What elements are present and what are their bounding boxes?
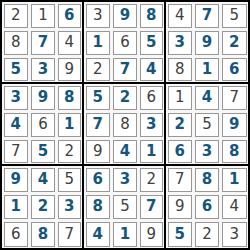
sudoku-digit: 1: [86, 31, 110, 55]
sudoku-digit: 7: [113, 58, 137, 80]
sudoku-digit: 4: [113, 140, 137, 162]
sudoku-cell-r8c2[interactable]: 2: [29, 193, 56, 220]
sudoku-cell-r9c5[interactable]: 1: [111, 221, 138, 248]
sudoku-cell-r6c8[interactable]: 3: [193, 139, 220, 166]
sudoku-cell-r7c5[interactable]: 3: [111, 166, 138, 193]
sudoku-cell-r1c2[interactable]: 1: [29, 2, 56, 29]
sudoku-cell-r2c7[interactable]: 3: [166, 29, 193, 56]
sudoku-cell-r4c4[interactable]: 5: [84, 84, 111, 111]
sudoku-cell-r8c1[interactable]: 1: [2, 193, 29, 220]
sudoku-digit: 2: [168, 113, 192, 137]
sudoku-digit: 5: [222, 4, 246, 28]
sudoku-digit: 7: [140, 195, 162, 219]
sudoku-digit: 3: [58, 195, 80, 219]
sudoku-digit: 6: [31, 113, 55, 137]
sudoku-digit: 9: [86, 140, 110, 162]
sudoku-cell-r7c9[interactable]: 1: [221, 166, 248, 193]
sudoku-cell-r9c8[interactable]: 2: [193, 221, 220, 248]
sudoku-digit: 7: [168, 168, 192, 192]
sudoku-cell-r1c8[interactable]: 7: [193, 2, 220, 29]
sudoku-digit: 6: [195, 195, 219, 219]
sudoku-digit: 1: [4, 195, 28, 219]
sudoku-digit: 3: [31, 58, 55, 80]
sudoku-cell-r2c9[interactable]: 2: [221, 29, 248, 56]
sudoku-cell-r3c8[interactable]: 1: [193, 57, 220, 84]
sudoku-cell-r9c4[interactable]: 4: [84, 221, 111, 248]
sudoku-cell-r5c9[interactable]: 9: [221, 111, 248, 138]
sudoku-cell-r6c5[interactable]: 4: [111, 139, 138, 166]
sudoku-digit: 3: [86, 4, 110, 28]
sudoku-cell-r4c3[interactable]: 8: [57, 84, 84, 111]
sudoku-cell-r8c3[interactable]: 3: [57, 193, 84, 220]
sudoku-digit: 5: [195, 113, 219, 137]
sudoku-digit: 3: [222, 222, 246, 246]
sudoku-digit: 2: [31, 195, 55, 219]
sudoku-digit: 6: [168, 140, 192, 162]
sudoku-digit: 7: [4, 140, 28, 162]
sudoku-digit: 4: [168, 4, 192, 28]
sudoku-cell-r6c3[interactable]: 2: [57, 139, 84, 166]
sudoku-cell-r1c1[interactable]: 2: [2, 2, 29, 29]
sudoku-cell-r7c3[interactable]: 5: [57, 166, 84, 193]
sudoku-cell-r8c9[interactable]: 4: [221, 193, 248, 220]
sudoku-cell-r4c8[interactable]: 4: [193, 84, 220, 111]
sudoku-cell-r4c9[interactable]: 7: [221, 84, 248, 111]
sudoku-digit: 2: [4, 4, 28, 28]
sudoku-digit: 6: [140, 86, 162, 110]
sudoku-cell-r8c4[interactable]: 8: [84, 193, 111, 220]
sudoku-digit: 1: [222, 168, 246, 192]
sudoku-digit: 4: [140, 58, 162, 80]
sudoku-digit: 5: [168, 222, 192, 246]
sudoku-cell-r2c1[interactable]: 8: [2, 29, 29, 56]
sudoku-digit: 1: [140, 140, 162, 162]
sudoku-cell-r5c8[interactable]: 5: [193, 111, 220, 138]
sudoku-cell-r5c2[interactable]: 6: [29, 111, 56, 138]
sudoku-digit: 5: [113, 195, 137, 219]
sudoku-digit: 8: [31, 222, 55, 246]
sudoku-digit: 6: [58, 4, 80, 28]
sudoku-cell-r7c1[interactable]: 9: [2, 166, 29, 193]
sudoku-cell-r1c5[interactable]: 9: [111, 2, 138, 29]
sudoku-digit: 3: [195, 140, 219, 162]
sudoku-cell-r3c6[interactable]: 4: [139, 57, 166, 84]
sudoku-cell-r3c4[interactable]: 2: [84, 57, 111, 84]
sudoku-digit: 1: [195, 58, 219, 80]
sudoku-digit: 7: [222, 86, 246, 110]
sudoku-cell-r2c3[interactable]: 4: [57, 29, 84, 56]
sudoku-cell-r3c7[interactable]: 8: [166, 57, 193, 84]
sudoku-cell-r6c1[interactable]: 7: [2, 139, 29, 166]
sudoku-cell-r8c6[interactable]: 7: [139, 193, 166, 220]
sudoku-digit: 4: [195, 86, 219, 110]
sudoku-cell-r8c5[interactable]: 5: [111, 193, 138, 220]
sudoku-cell-r5c1[interactable]: 4: [2, 111, 29, 138]
sudoku-digit: 8: [195, 168, 219, 192]
sudoku-digit: 4: [31, 168, 55, 192]
sudoku-digit: 3: [168, 31, 192, 55]
sudoku-cell-r5c4[interactable]: 7: [84, 111, 111, 138]
sudoku-cell-r3c1[interactable]: 5: [2, 57, 29, 84]
sudoku-digit: 2: [58, 140, 80, 162]
sudoku-digit: 1: [113, 222, 137, 246]
sudoku-digit: 4: [86, 222, 110, 246]
sudoku-digit: 2: [195, 222, 219, 246]
sudoku-digit: 2: [86, 58, 110, 80]
sudoku-digit: 5: [4, 58, 28, 80]
sudoku-digit: 2: [222, 31, 246, 55]
sudoku-cell-r6c2[interactable]: 5: [29, 139, 56, 166]
sudoku-cell-r4c5[interactable]: 2: [111, 84, 138, 111]
sudoku-digit: 3: [140, 113, 162, 137]
sudoku-digit: 4: [4, 113, 28, 137]
sudoku-cell-r4c7[interactable]: 1: [166, 84, 193, 111]
sudoku-cell-r1c3[interactable]: 6: [57, 2, 84, 29]
sudoku-digit: 5: [86, 86, 110, 110]
sudoku-digit: 8: [86, 195, 110, 219]
sudoku-digit: 8: [4, 31, 28, 55]
sudoku-digit: 5: [31, 140, 55, 162]
sudoku-digit: 1: [58, 113, 80, 137]
sudoku-digit: 8: [222, 140, 246, 162]
sudoku-digit: 7: [86, 113, 110, 137]
sudoku-digit: 6: [222, 58, 246, 80]
sudoku-digit: 5: [140, 31, 162, 55]
sudoku-cell-r7c7[interactable]: 7: [166, 166, 193, 193]
sudoku-cell-r9c1[interactable]: 6: [2, 221, 29, 248]
sudoku-cell-r8c8[interactable]: 6: [193, 193, 220, 220]
sudoku-cell-r5c6[interactable]: 3: [139, 111, 166, 138]
sudoku-digit: 9: [31, 86, 55, 110]
sudoku-cell-r3c3[interactable]: 9: [57, 57, 84, 84]
sudoku-digit: 6: [113, 31, 137, 55]
sudoku-digit: 7: [31, 31, 55, 55]
sudoku-digit: 9: [168, 195, 192, 219]
sudoku-cell-r5c5[interactable]: 8: [111, 111, 138, 138]
sudoku-cell-r3c2[interactable]: 3: [29, 57, 56, 84]
sudoku-cell-r7c8[interactable]: 8: [193, 166, 220, 193]
sudoku-digit: 6: [4, 222, 28, 246]
sudoku-cell-r5c7[interactable]: 2: [166, 111, 193, 138]
sudoku-digit: 7: [58, 222, 80, 246]
sudoku-digit: 8: [113, 113, 137, 137]
sudoku-digit: 9: [113, 4, 137, 28]
sudoku-cell-r2c6[interactable]: 5: [139, 29, 166, 56]
sudoku-cell-r8c7[interactable]: 9: [166, 193, 193, 220]
sudoku-digit: 5: [58, 168, 80, 192]
sudoku-cell-r3c9[interactable]: 6: [221, 57, 248, 84]
sudoku-cell-r2c5[interactable]: 6: [111, 29, 138, 56]
sudoku-digit: 9: [195, 31, 219, 55]
sudoku-digit: 4: [58, 31, 80, 55]
sudoku-cell-r1c6[interactable]: 8: [139, 2, 166, 29]
sudoku-cell-r4c2[interactable]: 9: [29, 84, 56, 111]
sudoku-cell-r2c2[interactable]: 7: [29, 29, 56, 56]
sudoku-cell-r9c6[interactable]: 9: [139, 221, 166, 248]
sudoku-cell-r2c4[interactable]: 1: [84, 29, 111, 56]
sudoku-digit: 3: [4, 86, 28, 110]
sudoku-cell-r1c4[interactable]: 3: [84, 2, 111, 29]
sudoku-cell-r6c7[interactable]: 6: [166, 139, 193, 166]
sudoku-digit: 1: [31, 4, 55, 28]
sudoku-cell-r6c9[interactable]: 8: [221, 139, 248, 166]
sudoku-digit: 4: [222, 195, 246, 219]
sudoku-digit: 2: [113, 86, 137, 110]
sudoku-digit: 9: [222, 113, 246, 137]
sudoku-digit: 1: [168, 86, 192, 110]
sudoku-digit: 9: [58, 58, 80, 80]
sudoku-cell-r6c6[interactable]: 1: [139, 139, 166, 166]
sudoku-digit: 8: [58, 86, 80, 110]
sudoku-cell-r4c1[interactable]: 3: [2, 84, 29, 111]
sudoku-digit: 9: [140, 222, 162, 246]
sudoku-digit: 8: [168, 58, 192, 80]
sudoku-digit: 3: [113, 168, 137, 192]
sudoku-cell-r6c4[interactable]: 9: [84, 139, 111, 166]
sudoku-cell-r9c3[interactable]: 7: [57, 221, 84, 248]
sudoku-cell-r2c8[interactable]: 9: [193, 29, 220, 56]
sudoku-cell-r9c2[interactable]: 8: [29, 221, 56, 248]
sudoku-digit: 8: [140, 4, 162, 28]
sudoku-cell-r9c9[interactable]: 3: [221, 221, 248, 248]
sudoku-cell-r5c3[interactable]: 1: [57, 111, 84, 138]
sudoku-cell-r9c7[interactable]: 5: [166, 221, 193, 248]
sudoku-digit: 7: [195, 4, 219, 28]
sudoku-cell-r1c9[interactable]: 5: [221, 2, 248, 29]
sudoku-cell-r4c6[interactable]: 6: [139, 84, 166, 111]
sudoku-cell-r3c5[interactable]: 7: [111, 57, 138, 84]
sudoku-digit: 2: [140, 168, 162, 192]
sudoku-board: 2163984758741653925392748163985261474617…: [0, 0, 250, 250]
sudoku-digit: 6: [86, 168, 110, 192]
sudoku-digit: 9: [4, 168, 28, 192]
sudoku-cell-r7c2[interactable]: 4: [29, 166, 56, 193]
sudoku-cell-r1c7[interactable]: 4: [166, 2, 193, 29]
sudoku-cell-r7c6[interactable]: 2: [139, 166, 166, 193]
sudoku-cell-r7c4[interactable]: 6: [84, 166, 111, 193]
